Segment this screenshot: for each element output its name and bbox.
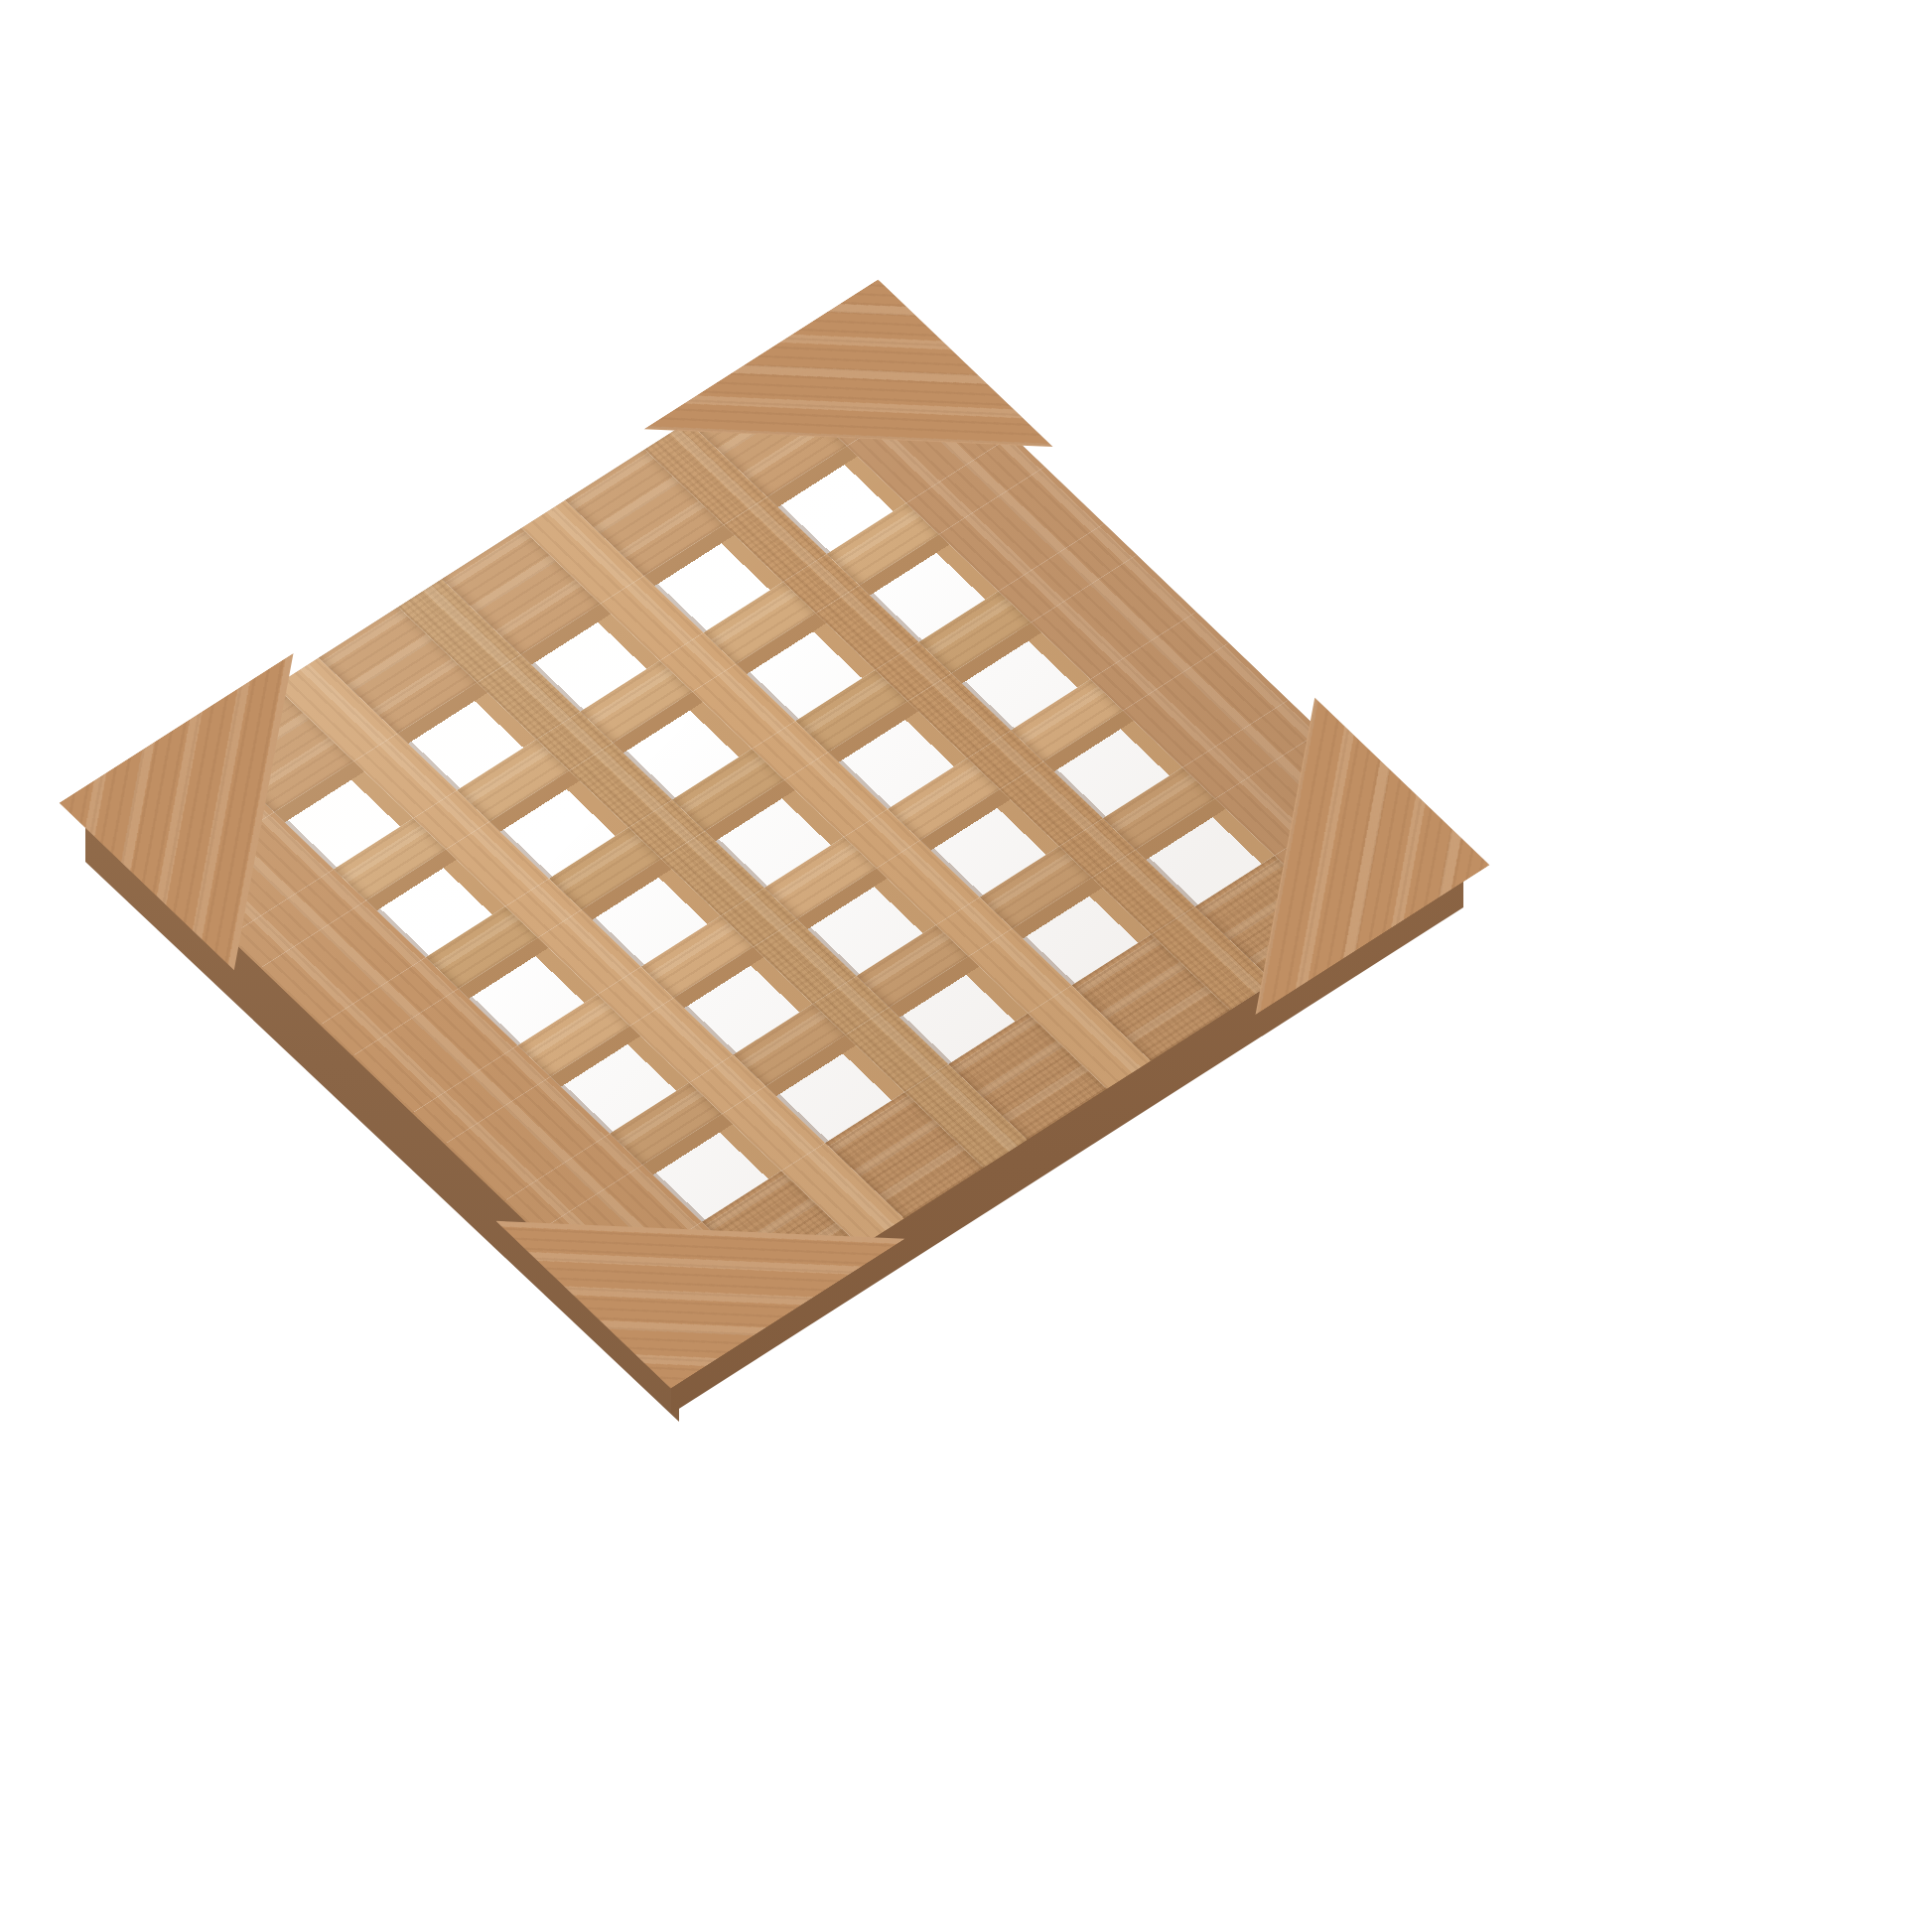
lattice-grid (89, 303, 1459, 1365)
product-photo-stage (0, 0, 1932, 1932)
trivet-board (89, 303, 1459, 1365)
